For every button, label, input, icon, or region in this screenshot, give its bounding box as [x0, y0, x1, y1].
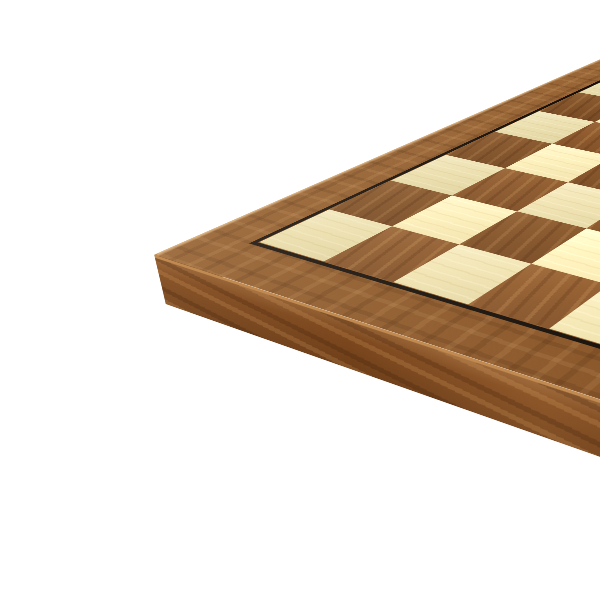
board-square [324, 226, 459, 282]
chessboard [154, 44, 600, 537]
board-square [393, 244, 531, 304]
board-square [586, 197, 600, 246]
board-square [549, 285, 600, 355]
board-square [468, 264, 600, 329]
product-photo-canvas [0, 0, 600, 600]
board-square [531, 228, 600, 284]
board-square [392, 195, 517, 244]
board-square [517, 182, 600, 228]
board-square [259, 209, 392, 261]
board-square [329, 181, 452, 227]
chessboard-scene [0, 0, 600, 600]
board-square [459, 211, 586, 263]
